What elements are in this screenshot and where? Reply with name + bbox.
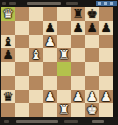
square-d7[interactable]: ♟ [43, 21, 57, 35]
black-pawn-g7[interactable]: ♟ [85, 21, 99, 35]
square-g5[interactable] [85, 48, 99, 62]
black-rook-f8[interactable]: ♜ [71, 7, 85, 21]
square-b5[interactable] [15, 48, 29, 62]
square-b4[interactable] [15, 62, 29, 76]
clock-digit [104, 2, 107, 5]
square-e7[interactable] [57, 21, 71, 35]
square-h6[interactable] [99, 35, 113, 49]
square-g1[interactable]: ♚ [85, 103, 99, 117]
square-c7[interactable] [29, 21, 43, 35]
square-h1[interactable] [99, 103, 113, 117]
square-a7[interactable] [1, 21, 15, 35]
square-a2[interactable]: ♛ [1, 90, 15, 104]
square-a5[interactable]: ♟ [1, 48, 15, 62]
square-b1[interactable] [15, 103, 29, 117]
square-f7[interactable]: ♟ [71, 21, 85, 35]
white-rook-e5[interactable]: ♜ [57, 48, 71, 62]
square-e4[interactable] [57, 62, 71, 76]
white-queen-a8[interactable]: ♛ [1, 7, 15, 21]
square-d8[interactable] [43, 7, 57, 21]
square-b2[interactable] [15, 90, 29, 104]
square-b3[interactable] [15, 76, 29, 90]
square-e5[interactable]: ♜ [57, 48, 71, 62]
square-g7[interactable]: ♟ [85, 21, 99, 35]
square-g6[interactable] [85, 35, 99, 49]
title-bar-text [66, 2, 78, 5]
status-bar [0, 117, 118, 125]
square-a6[interactable]: ♝ [1, 35, 15, 49]
title-bar-text [9, 2, 16, 5]
black-bishop-a6[interactable]: ♝ [1, 35, 15, 49]
square-g8[interactable]: ♚ [85, 7, 99, 21]
square-f3[interactable] [71, 76, 85, 90]
square-f6[interactable] [71, 35, 85, 49]
square-c1[interactable] [29, 103, 43, 117]
square-c4[interactable] [29, 62, 43, 76]
white-pawn-d2[interactable]: ♟ [43, 90, 57, 104]
square-h4[interactable] [99, 62, 113, 76]
square-b6[interactable] [15, 35, 29, 49]
clock-badge[interactable] [96, 1, 117, 6]
square-f4[interactable] [71, 62, 85, 76]
status-bar-text [16, 120, 58, 123]
square-d1[interactable] [43, 103, 57, 117]
chess-board[interactable]: ♛♜♚♟♟♟♟♝♟♟♝♜♛♟♟♟♟♜♚ [1, 7, 113, 117]
white-king-g1[interactable]: ♚ [85, 103, 99, 117]
status-bar-text [64, 120, 78, 123]
square-c3[interactable] [29, 76, 43, 90]
square-d2[interactable]: ♟ [43, 90, 57, 104]
white-pawn-d6[interactable]: ♟ [43, 35, 57, 49]
square-g3[interactable] [85, 76, 99, 90]
black-pawn-f7[interactable]: ♟ [71, 21, 85, 35]
clock-digit [110, 2, 113, 5]
square-g4[interactable] [85, 62, 99, 76]
app-icon [2, 2, 6, 5]
square-c5[interactable]: ♝ [29, 48, 43, 62]
square-f1[interactable] [71, 103, 85, 117]
square-e3[interactable] [57, 76, 71, 90]
square-a3[interactable] [1, 76, 15, 90]
square-a1[interactable] [1, 103, 15, 117]
square-f2[interactable]: ♟ [71, 90, 85, 104]
square-h5[interactable] [99, 48, 113, 62]
square-f8[interactable]: ♜ [71, 7, 85, 21]
square-g2[interactable]: ♟ [85, 90, 99, 104]
title-bar [0, 0, 118, 7]
square-b8[interactable] [15, 7, 29, 21]
square-a4[interactable] [1, 62, 15, 76]
chess-app-window: ♛♜♚♟♟♟♟♝♟♟♝♜♛♟♟♟♟♜♚ [0, 0, 118, 125]
black-pawn-a5[interactable]: ♟ [1, 48, 15, 62]
clock-digit [98, 2, 101, 5]
square-h8[interactable] [99, 7, 113, 21]
white-bishop-c5[interactable]: ♝ [29, 48, 43, 62]
black-pawn-d7[interactable]: ♟ [43, 21, 57, 35]
black-pawn-h7[interactable]: ♟ [99, 21, 113, 35]
square-b7[interactable] [15, 21, 29, 35]
square-f5[interactable] [71, 48, 85, 62]
square-h2[interactable]: ♟ [99, 90, 113, 104]
black-king-g8[interactable]: ♚ [85, 7, 99, 21]
square-d4[interactable] [43, 62, 57, 76]
square-d3[interactable] [43, 76, 57, 90]
white-pawn-g2[interactable]: ♟ [85, 90, 99, 104]
square-c8[interactable] [29, 7, 43, 21]
square-c2[interactable] [29, 90, 43, 104]
white-pawn-f2[interactable]: ♟ [71, 90, 85, 104]
square-e1[interactable]: ♜ [57, 103, 71, 117]
square-a8[interactable]: ♛ [1, 7, 15, 21]
title-bar-text [27, 2, 61, 5]
white-rook-e1[interactable]: ♜ [57, 103, 71, 117]
white-pawn-h2[interactable]: ♟ [99, 90, 113, 104]
square-h7[interactable]: ♟ [99, 21, 113, 35]
status-bar-button[interactable] [92, 120, 104, 123]
square-d5[interactable] [43, 48, 57, 62]
status-icon [4, 120, 9, 123]
board-right-margin [113, 7, 118, 117]
square-e8[interactable] [57, 7, 71, 21]
square-d6[interactable]: ♟ [43, 35, 57, 49]
black-queen-a2[interactable]: ♛ [1, 90, 15, 104]
square-h3[interactable] [99, 76, 113, 90]
